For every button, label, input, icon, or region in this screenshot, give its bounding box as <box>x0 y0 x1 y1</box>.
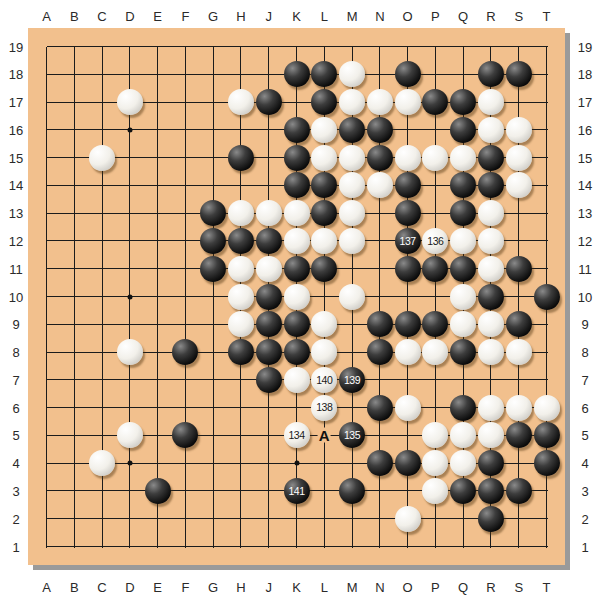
coordinate-label: 16 <box>9 123 23 136</box>
stone-black-M3[interactable] <box>339 478 365 504</box>
coordinate-label: F <box>181 581 189 594</box>
grid-line-horizontal <box>47 546 548 547</box>
coordinate-label: 4 <box>12 457 19 470</box>
stone-black-R14[interactable] <box>478 172 504 198</box>
stone-white-Q9[interactable] <box>450 311 476 337</box>
stone-white-R6[interactable] <box>478 395 504 421</box>
point-marker-A[interactable]: A <box>318 428 331 443</box>
stone-black-L14[interactable] <box>311 172 337 198</box>
stone-black-O18[interactable] <box>395 61 421 87</box>
coordinate-label: P <box>431 581 440 594</box>
move-number-label: 139 <box>344 375 360 386</box>
coordinate-label: O <box>403 10 413 23</box>
stone-white-R13[interactable] <box>478 200 504 226</box>
coordinate-label: 3 <box>581 484 588 497</box>
stone-black-S5[interactable] <box>506 422 532 448</box>
stone-white-P12[interactable]: 136 <box>422 228 448 254</box>
coordinate-label: 6 <box>581 401 588 414</box>
stone-black-S18[interactable] <box>506 61 532 87</box>
stone-black-J9[interactable] <box>256 311 282 337</box>
stone-black-L11[interactable] <box>311 256 337 282</box>
coordinate-label: E <box>153 10 162 23</box>
coordinate-label: C <box>97 581 106 594</box>
stone-black-R10[interactable] <box>478 284 504 310</box>
coordinate-label: N <box>375 581 384 594</box>
coordinate-label: 8 <box>12 346 19 359</box>
stone-white-O8[interactable] <box>395 339 421 365</box>
stone-black-G11[interactable] <box>200 256 226 282</box>
stone-black-O12[interactable]: 137 <box>395 228 421 254</box>
move-number-label: 137 <box>400 236 416 247</box>
coordinate-label: 8 <box>581 346 588 359</box>
stone-white-M14[interactable] <box>339 172 365 198</box>
move-number-label: 138 <box>316 402 332 413</box>
coordinate-label: G <box>208 581 218 594</box>
coordinate-label: A <box>42 581 51 594</box>
hoshi-dot <box>127 127 132 132</box>
coordinate-label: E <box>153 581 162 594</box>
stone-white-O17[interactable] <box>395 89 421 115</box>
stone-white-P15[interactable] <box>422 145 448 171</box>
coordinate-label: 7 <box>581 373 588 386</box>
coordinate-label: 10 <box>578 290 592 303</box>
stone-black-J12[interactable] <box>256 228 282 254</box>
stone-white-P4[interactable] <box>422 450 448 476</box>
stone-white-K5[interactable]: 134 <box>284 422 310 448</box>
stone-black-Q14[interactable] <box>450 172 476 198</box>
coordinate-label: A <box>42 10 51 23</box>
stone-white-L6[interactable]: 138 <box>311 395 337 421</box>
stone-black-Q8[interactable] <box>450 339 476 365</box>
coordinate-label: B <box>70 10 79 23</box>
coordinate-label: T <box>543 10 551 23</box>
stone-white-S8[interactable] <box>506 339 532 365</box>
stone-white-R9[interactable] <box>478 311 504 337</box>
stone-black-N9[interactable] <box>367 311 393 337</box>
hoshi-dot <box>294 461 299 466</box>
coordinate-label: J <box>265 10 272 23</box>
coordinate-label: K <box>292 581 301 594</box>
coordinate-label: L <box>321 581 328 594</box>
stone-white-O2[interactable] <box>395 506 421 532</box>
move-number-label: 135 <box>344 430 360 441</box>
stone-black-O4[interactable] <box>395 450 421 476</box>
stone-white-M17[interactable] <box>339 89 365 115</box>
stone-black-T4[interactable] <box>534 450 560 476</box>
stone-black-L13[interactable] <box>311 200 337 226</box>
stone-white-S14[interactable] <box>506 172 532 198</box>
coordinate-label: 15 <box>9 151 23 164</box>
stone-black-K9[interactable] <box>284 311 310 337</box>
coordinate-label: 4 <box>581 457 588 470</box>
stone-black-E3[interactable] <box>145 478 171 504</box>
grid-line-vertical <box>46 47 47 548</box>
stone-white-M10[interactable] <box>339 284 365 310</box>
coordinate-label: L <box>321 10 328 23</box>
stone-black-K11[interactable] <box>284 256 310 282</box>
stone-black-P11[interactable] <box>422 256 448 282</box>
stone-white-L12[interactable] <box>311 228 337 254</box>
stone-white-J11[interactable] <box>256 256 282 282</box>
grid-line-horizontal <box>47 518 548 519</box>
stone-black-O13[interactable] <box>395 200 421 226</box>
stone-white-P3[interactable] <box>422 478 448 504</box>
stone-black-Q13[interactable] <box>450 200 476 226</box>
stone-black-R4[interactable] <box>478 450 504 476</box>
stone-black-Q11[interactable] <box>450 256 476 282</box>
stone-white-S16[interactable] <box>506 117 532 143</box>
coordinate-label: 3 <box>12 484 19 497</box>
stone-white-Q12[interactable] <box>450 228 476 254</box>
stone-white-P5[interactable] <box>422 422 448 448</box>
coordinate-label: 18 <box>578 68 592 81</box>
stone-white-D5[interactable] <box>117 422 143 448</box>
grid-line-vertical <box>74 47 75 548</box>
coordinate-label: D <box>125 10 134 23</box>
hoshi-dot <box>127 294 132 299</box>
coordinate-label: N <box>375 10 384 23</box>
move-number-label: 141 <box>288 486 304 497</box>
stone-black-J10[interactable] <box>256 284 282 310</box>
go-board[interactable]: 137136140139138134135141A <box>28 28 565 565</box>
stone-black-K8[interactable] <box>284 339 310 365</box>
stone-black-L17[interactable] <box>311 89 337 115</box>
coordinate-label: Q <box>458 581 468 594</box>
stone-black-N4[interactable] <box>367 450 393 476</box>
stone-white-H13[interactable] <box>228 200 254 226</box>
coordinate-label: 6 <box>12 401 19 414</box>
stone-black-S9[interactable] <box>506 311 532 337</box>
stone-black-R18[interactable] <box>478 61 504 87</box>
coordinate-label: D <box>125 581 134 594</box>
coordinate-label: H <box>236 10 245 23</box>
stone-white-K13[interactable] <box>284 200 310 226</box>
stone-black-O11[interactable] <box>395 256 421 282</box>
coordinate-label: T <box>543 581 551 594</box>
stone-black-N6[interactable] <box>367 395 393 421</box>
stone-black-P17[interactable] <box>422 89 448 115</box>
stone-black-G12[interactable] <box>200 228 226 254</box>
stone-white-K10[interactable] <box>284 284 310 310</box>
stone-white-L7[interactable]: 140 <box>311 367 337 393</box>
stone-white-M13[interactable] <box>339 200 365 226</box>
stone-white-R12[interactable] <box>478 228 504 254</box>
coordinate-label: 13 <box>578 207 592 220</box>
stone-black-Q6[interactable] <box>450 395 476 421</box>
stone-white-L15[interactable] <box>311 145 337 171</box>
stone-white-P8[interactable] <box>422 339 448 365</box>
stone-black-M5[interactable]: 135 <box>339 422 365 448</box>
stone-white-S15[interactable] <box>506 145 532 171</box>
coordinate-label: 16 <box>578 123 592 136</box>
coordinate-label: 13 <box>9 207 23 220</box>
stone-black-O9[interactable] <box>395 311 421 337</box>
stone-black-K16[interactable] <box>284 117 310 143</box>
coordinate-label: S <box>514 10 523 23</box>
stone-white-H10[interactable] <box>228 284 254 310</box>
coordinate-label: 19 <box>9 40 23 53</box>
coordinate-label: 14 <box>578 179 592 192</box>
coordinate-label: B <box>70 581 79 594</box>
stone-white-R5[interactable] <box>478 422 504 448</box>
coordinate-label: 5 <box>581 429 588 442</box>
stone-white-K12[interactable] <box>284 228 310 254</box>
stone-white-R16[interactable] <box>478 117 504 143</box>
stone-black-L18[interactable] <box>311 61 337 87</box>
coordinate-label: 2 <box>12 512 19 525</box>
coordinate-label: 19 <box>578 40 592 53</box>
stone-black-J17[interactable] <box>256 89 282 115</box>
grid-line-vertical <box>157 47 158 548</box>
stone-white-S6[interactable] <box>506 395 532 421</box>
stone-white-Q10[interactable] <box>450 284 476 310</box>
coordinate-label: 2 <box>581 512 588 525</box>
stone-white-C4[interactable] <box>89 450 115 476</box>
coordinate-label: C <box>97 10 106 23</box>
stone-black-P9[interactable] <box>422 311 448 337</box>
stone-white-D17[interactable] <box>117 89 143 115</box>
stone-black-K14[interactable] <box>284 172 310 198</box>
stone-black-Q17[interactable] <box>450 89 476 115</box>
grid-line-horizontal <box>47 46 548 47</box>
stone-black-S3[interactable] <box>506 478 532 504</box>
stone-black-R3[interactable] <box>478 478 504 504</box>
coordinate-label: 9 <box>12 318 19 331</box>
coordinate-label: K <box>292 10 301 23</box>
coordinate-label: M <box>347 10 358 23</box>
stone-black-H8[interactable] <box>228 339 254 365</box>
stone-black-T5[interactable] <box>534 422 560 448</box>
stone-black-N15[interactable] <box>367 145 393 171</box>
stone-white-L16[interactable] <box>311 117 337 143</box>
stone-black-O14[interactable] <box>395 172 421 198</box>
grid-line-vertical <box>213 47 214 548</box>
coordinate-label: 17 <box>578 96 592 109</box>
coordinate-label: 11 <box>9 262 23 275</box>
coordinate-label: 1 <box>581 540 588 553</box>
stone-white-R17[interactable] <box>478 89 504 115</box>
coordinate-label: 14 <box>9 179 23 192</box>
coordinate-label: M <box>347 581 358 594</box>
stone-white-H17[interactable] <box>228 89 254 115</box>
coordinate-label: P <box>431 10 440 23</box>
stone-white-O6[interactable] <box>395 395 421 421</box>
coordinate-label: F <box>181 10 189 23</box>
stone-white-J13[interactable] <box>256 200 282 226</box>
coordinate-label: Q <box>458 10 468 23</box>
stone-black-J7[interactable] <box>256 367 282 393</box>
stone-white-N14[interactable] <box>367 172 393 198</box>
coordinate-label: 7 <box>12 373 19 386</box>
stone-black-Q3[interactable] <box>450 478 476 504</box>
coordinate-label: 11 <box>578 262 592 275</box>
stone-black-J8[interactable] <box>256 339 282 365</box>
coordinate-label: R <box>486 581 495 594</box>
stone-black-T10[interactable] <box>534 284 560 310</box>
stone-black-H15[interactable] <box>228 145 254 171</box>
stone-black-F5[interactable] <box>172 422 198 448</box>
stone-white-M12[interactable] <box>339 228 365 254</box>
coordinate-label: R <box>486 10 495 23</box>
stone-white-M18[interactable] <box>339 61 365 87</box>
go-game-screenshot: 137136140139138134135141A ABCDEFGHJKLMNO… <box>0 0 600 600</box>
coordinate-label: 18 <box>9 68 23 81</box>
stone-white-M15[interactable] <box>339 145 365 171</box>
stone-black-S11[interactable] <box>506 256 532 282</box>
stone-white-Q15[interactable] <box>450 145 476 171</box>
coordinate-label: 10 <box>9 290 23 303</box>
coordinate-label: 15 <box>578 151 592 164</box>
hoshi-dot <box>127 461 132 466</box>
stone-black-H12[interactable] <box>228 228 254 254</box>
stone-white-D8[interactable] <box>117 339 143 365</box>
coordinate-label: 5 <box>12 429 19 442</box>
coordinate-label: 9 <box>581 318 588 331</box>
stone-black-K15[interactable] <box>284 145 310 171</box>
stone-black-M7[interactable]: 139 <box>339 367 365 393</box>
stone-black-G13[interactable] <box>200 200 226 226</box>
stone-white-R8[interactable] <box>478 339 504 365</box>
stone-white-H11[interactable] <box>228 256 254 282</box>
stone-black-R2[interactable] <box>478 506 504 532</box>
stone-black-K3[interactable]: 141 <box>284 478 310 504</box>
coordinate-label: 17 <box>9 96 23 109</box>
stone-white-N17[interactable] <box>367 89 393 115</box>
stone-white-H9[interactable] <box>228 311 254 337</box>
stone-black-N8[interactable] <box>367 339 393 365</box>
stone-white-C15[interactable] <box>89 145 115 171</box>
move-number-label: 136 <box>427 236 443 247</box>
stone-black-M16[interactable] <box>339 117 365 143</box>
coordinate-label: S <box>514 581 523 594</box>
stone-white-Q5[interactable] <box>450 422 476 448</box>
stone-black-R15[interactable] <box>478 145 504 171</box>
stone-white-R11[interactable] <box>478 256 504 282</box>
coordinate-label: 12 <box>9 234 23 247</box>
coordinate-label: 12 <box>578 234 592 247</box>
stone-white-L9[interactable] <box>311 311 337 337</box>
coordinate-label: H <box>236 581 245 594</box>
stone-white-K7[interactable] <box>284 367 310 393</box>
coordinate-label: J <box>265 581 272 594</box>
coordinate-label: G <box>208 10 218 23</box>
coordinate-label: 1 <box>12 540 19 553</box>
stone-white-O15[interactable] <box>395 145 421 171</box>
stone-black-N16[interactable] <box>367 117 393 143</box>
stone-white-L8[interactable] <box>311 339 337 365</box>
move-number-label: 140 <box>316 375 332 386</box>
grid-line-vertical <box>185 47 186 548</box>
stone-white-Q4[interactable] <box>450 450 476 476</box>
coordinate-label: O <box>403 581 413 594</box>
stone-black-F8[interactable] <box>172 339 198 365</box>
stone-white-T6[interactable] <box>534 395 560 421</box>
move-number-label: 134 <box>288 430 304 441</box>
stone-black-K18[interactable] <box>284 61 310 87</box>
stone-black-Q16[interactable] <box>450 117 476 143</box>
